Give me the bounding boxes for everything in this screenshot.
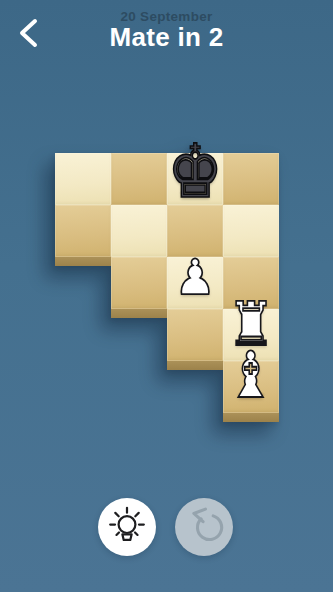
board-edge [223,413,279,422]
board-edge [111,309,167,318]
square-d4[interactable] [223,205,279,257]
undo-arrow-icon [175,498,233,556]
square-a4[interactable] [55,205,111,257]
black-king-glyph: ♚ [167,135,222,209]
undo-button[interactable] [175,498,233,556]
hint-button[interactable] [98,498,156,556]
piece-white-pawn-c3[interactable]: ♟ [167,257,223,309]
chess-board: ♚♟♜♝ [55,153,279,422]
puzzle-screen: 20 September Mate in 2 ♚♟♜♝ [0,0,333,592]
piece-white-bishop-d1[interactable]: ♝ [223,361,279,413]
board-edge [167,361,223,370]
square-b3[interactable] [111,257,167,309]
square-a5[interactable] [55,153,111,205]
page-title: Mate in 2 [0,22,333,53]
lightbulb-icon [98,498,156,556]
board-edge [55,257,111,266]
square-b4[interactable] [111,205,167,257]
square-c2[interactable] [167,309,223,361]
square-d5[interactable] [223,153,279,205]
square-b5[interactable] [111,153,167,205]
piece-black-king-c5[interactable]: ♚ [167,153,223,205]
white-bishop-glyph: ♝ [227,343,275,407]
white-pawn-glyph: ♟ [174,252,215,301]
